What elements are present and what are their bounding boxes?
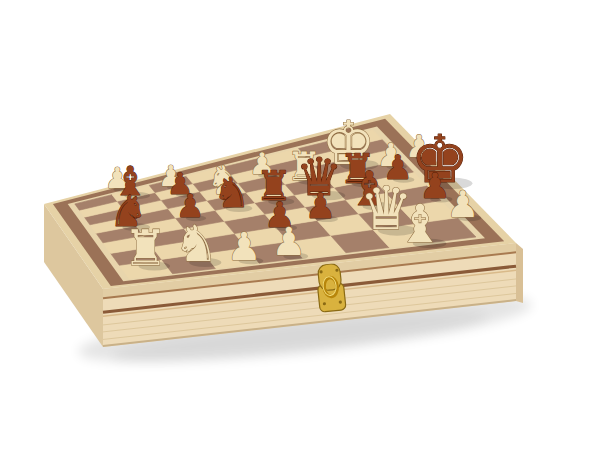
piece-dark-pawn-e3: ♟ — [305, 186, 338, 226]
chess-box-scene: ♟♚♟♟♟♜♚♜♟♟♞♟♝♛♟♜♝♞♟♟♟♞♟♛♝♟♟♞♜ — [0, 0, 600, 450]
piece-white-knight-b1: ♞ — [174, 214, 222, 273]
white-pawn-glyph: ♟ — [271, 219, 306, 264]
piece-white-pawn-h2: ♟ — [447, 183, 482, 226]
box-right-face — [516, 243, 523, 303]
white-pawn-glyph: ♟ — [447, 183, 480, 226]
piece-dark-knight-d5: ♞ — [213, 168, 252, 217]
piece-white-bishop-g1: ♝ — [397, 193, 447, 254]
piece-white-pawn-c1: ♟ — [227, 224, 264, 269]
piece-white-pawn-d1: ♟ — [271, 219, 308, 264]
piece-white-rook-a1: ♜ — [123, 219, 170, 277]
white-knight-glyph: ♞ — [174, 214, 219, 273]
chess-set-product-photo: ♟♚♟♟♟♜♚♜♟♟♞♟♝♛♟♜♝♞♟♟♟♞♟♛♝♟♟♞♜ — [0, 0, 600, 450]
white-bishop-glyph: ♝ — [397, 193, 444, 254]
dark-pawn-glyph: ♟ — [305, 186, 336, 226]
white-rook-glyph: ♜ — [123, 219, 167, 277]
white-pawn-glyph: ♟ — [227, 224, 262, 269]
dark-knight-glyph: ♞ — [213, 168, 250, 217]
